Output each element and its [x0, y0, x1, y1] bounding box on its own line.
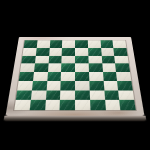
- square-c8[interactable]: [49, 40, 62, 47]
- square-g7[interactable]: [101, 48, 115, 56]
- square-e7[interactable]: [75, 48, 88, 56]
- square-b4[interactable]: [33, 72, 48, 81]
- square-b1[interactable]: [29, 100, 45, 110]
- square-e4[interactable]: [75, 72, 89, 81]
- square-c2[interactable]: [45, 90, 60, 100]
- square-b3[interactable]: [32, 81, 47, 90]
- square-f3[interactable]: [89, 81, 104, 90]
- square-h7[interactable]: [114, 48, 128, 56]
- square-f7[interactable]: [88, 48, 101, 56]
- square-e5[interactable]: [75, 64, 89, 72]
- square-d8[interactable]: [62, 40, 75, 47]
- square-f4[interactable]: [89, 72, 103, 81]
- square-h2[interactable]: [118, 90, 134, 100]
- square-e6[interactable]: [75, 55, 88, 63]
- square-f2[interactable]: [89, 90, 104, 100]
- square-h4[interactable]: [116, 72, 131, 81]
- square-c5[interactable]: [48, 64, 62, 72]
- square-a5[interactable]: [20, 64, 35, 72]
- square-a2[interactable]: [16, 90, 32, 100]
- square-f6[interactable]: [88, 55, 102, 63]
- square-c6[interactable]: [48, 55, 62, 63]
- square-b8[interactable]: [36, 40, 49, 47]
- square-g8[interactable]: [100, 40, 113, 47]
- square-g6[interactable]: [101, 55, 115, 63]
- square-f8[interactable]: [88, 40, 101, 47]
- square-d1[interactable]: [60, 100, 75, 110]
- square-b2[interactable]: [31, 90, 47, 100]
- square-a4[interactable]: [19, 72, 34, 81]
- square-d5[interactable]: [61, 64, 75, 72]
- square-a1[interactable]: [14, 100, 30, 110]
- square-g3[interactable]: [103, 81, 118, 90]
- square-g2[interactable]: [104, 90, 120, 100]
- square-d3[interactable]: [61, 81, 75, 90]
- square-e1[interactable]: [75, 100, 90, 110]
- square-c7[interactable]: [49, 48, 62, 56]
- square-a3[interactable]: [17, 81, 32, 90]
- square-e8[interactable]: [75, 40, 88, 47]
- chess-board: [6, 37, 145, 116]
- square-e2[interactable]: [75, 90, 90, 100]
- square-b6[interactable]: [35, 55, 49, 63]
- square-f1[interactable]: [90, 100, 106, 110]
- square-a7[interactable]: [22, 48, 36, 56]
- square-d6[interactable]: [62, 55, 75, 63]
- square-c4[interactable]: [47, 72, 61, 81]
- square-h6[interactable]: [114, 55, 128, 63]
- photo-background: [0, 0, 150, 150]
- square-g1[interactable]: [105, 100, 121, 110]
- board-front-edge: [3, 116, 146, 122]
- square-d2[interactable]: [60, 90, 75, 100]
- square-g4[interactable]: [103, 72, 118, 81]
- square-g5[interactable]: [102, 64, 116, 72]
- square-b5[interactable]: [34, 64, 48, 72]
- square-a8[interactable]: [24, 40, 38, 47]
- square-a6[interactable]: [21, 55, 35, 63]
- board-grid: [14, 40, 136, 110]
- square-d4[interactable]: [61, 72, 75, 81]
- square-f5[interactable]: [88, 64, 102, 72]
- square-h8[interactable]: [113, 40, 127, 47]
- square-c3[interactable]: [46, 81, 61, 90]
- square-h5[interactable]: [115, 64, 130, 72]
- square-b7[interactable]: [36, 48, 50, 56]
- square-d7[interactable]: [62, 48, 75, 56]
- square-h1[interactable]: [119, 100, 135, 110]
- square-e3[interactable]: [75, 81, 89, 90]
- square-h3[interactable]: [117, 81, 132, 90]
- square-c1[interactable]: [45, 100, 61, 110]
